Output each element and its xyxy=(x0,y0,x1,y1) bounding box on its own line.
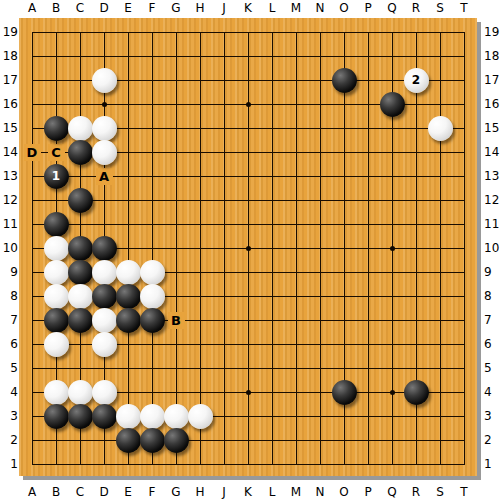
black-stone-B7 xyxy=(44,308,69,333)
coord-label-right-5: 5 xyxy=(484,362,500,374)
black-stone-B11 xyxy=(44,212,69,237)
coord-label-right-2: 2 xyxy=(484,434,500,446)
coord-label-top-N: N xyxy=(308,2,332,14)
coord-label-top-J: J xyxy=(212,2,236,14)
black-stone-O17 xyxy=(332,68,357,93)
coord-label-bottom-N: N xyxy=(308,486,332,498)
coord-label-top-E: E xyxy=(116,2,140,14)
coord-label-right-10: 10 xyxy=(484,242,500,254)
black-stone-C10 xyxy=(68,236,93,261)
coord-label-bottom-S: S xyxy=(428,486,452,498)
black-stone-C12 xyxy=(68,188,93,213)
black-stone-C14 xyxy=(68,140,93,165)
coord-label-bottom-Q: Q xyxy=(380,486,404,498)
coord-label-top-M: M xyxy=(284,2,308,14)
coord-label-top-H: H xyxy=(188,2,212,14)
move-number-1: 1 xyxy=(52,170,60,182)
coord-label-left-19: 19 xyxy=(0,26,18,38)
coord-label-bottom-B: B xyxy=(44,486,68,498)
coord-label-top-K: K xyxy=(236,2,260,14)
black-stone-G2 xyxy=(164,428,189,453)
coord-label-top-C: C xyxy=(68,2,92,14)
white-stone-E9 xyxy=(116,260,141,285)
white-stone-E3 xyxy=(116,404,141,429)
white-stone-B6 xyxy=(44,332,69,357)
coord-label-top-D: D xyxy=(92,2,116,14)
black-stone-R4 xyxy=(404,380,429,405)
go-diagram: ABCDEFGHJKLMNOPQRST ABCDEFGHJKLMNOPQRST … xyxy=(0,0,500,500)
white-stone-C15 xyxy=(68,116,93,141)
coord-label-bottom-M: M xyxy=(284,486,308,498)
coord-label-right-11: 11 xyxy=(484,218,500,230)
coord-label-left-2: 2 xyxy=(0,434,18,446)
coord-label-left-11: 11 xyxy=(0,218,18,230)
coord-label-bottom-H: H xyxy=(188,486,212,498)
coord-label-right-12: 12 xyxy=(484,194,500,206)
coord-label-right-16: 16 xyxy=(484,98,500,110)
white-stone-D4 xyxy=(92,380,117,405)
black-stone-C3 xyxy=(68,404,93,429)
coord-label-right-17: 17 xyxy=(484,74,500,86)
white-stone-C8 xyxy=(68,284,93,309)
coord-label-left-7: 7 xyxy=(0,314,18,326)
coord-label-left-13: 13 xyxy=(0,170,18,182)
coord-label-top-Q: Q xyxy=(380,2,404,14)
white-stone-B8 xyxy=(44,284,69,309)
coord-label-right-15: 15 xyxy=(484,122,500,134)
white-stone-D17 xyxy=(92,68,117,93)
star-point-K16 xyxy=(246,102,251,107)
black-stone-D8 xyxy=(92,284,117,309)
coord-label-bottom-O: O xyxy=(332,486,356,498)
coord-label-left-16: 16 xyxy=(0,98,18,110)
star-point-K10 xyxy=(246,246,251,251)
coord-label-bottom-L: L xyxy=(260,486,284,498)
star-point-Q10 xyxy=(390,246,395,251)
white-stone-H3 xyxy=(188,404,213,429)
white-stone-D7 xyxy=(92,308,117,333)
coord-label-bottom-E: E xyxy=(116,486,140,498)
coord-label-left-1: 1 xyxy=(0,458,18,470)
white-stone-C4 xyxy=(68,380,93,405)
black-stone-F2 xyxy=(140,428,165,453)
black-stone-E8 xyxy=(116,284,141,309)
coord-label-left-12: 12 xyxy=(0,194,18,206)
coord-label-right-18: 18 xyxy=(484,50,500,62)
coord-label-top-S: S xyxy=(428,2,452,14)
coord-label-left-6: 6 xyxy=(0,338,18,350)
coord-label-right-7: 7 xyxy=(484,314,500,326)
white-stone-B10 xyxy=(44,236,69,261)
white-stone-B9 xyxy=(44,260,69,285)
point-label-B: B xyxy=(168,312,185,329)
black-stone-B3 xyxy=(44,404,69,429)
coord-label-right-8: 8 xyxy=(484,290,500,302)
coord-label-right-3: 3 xyxy=(484,410,500,422)
star-point-K4 xyxy=(246,390,251,395)
coord-label-left-8: 8 xyxy=(0,290,18,302)
white-stone-D9 xyxy=(92,260,117,285)
white-stone-S15 xyxy=(428,116,453,141)
coord-label-top-A: A xyxy=(20,2,44,14)
coord-label-left-9: 9 xyxy=(0,266,18,278)
coord-label-top-F: F xyxy=(140,2,164,14)
coord-label-bottom-P: P xyxy=(356,486,380,498)
white-stone-D15 xyxy=(92,116,117,141)
black-stone-B15 xyxy=(44,116,69,141)
coord-label-right-6: 6 xyxy=(484,338,500,350)
black-stone-F7 xyxy=(140,308,165,333)
coord-label-bottom-T: T xyxy=(452,486,476,498)
coord-label-bottom-R: R xyxy=(404,486,428,498)
coord-label-right-19: 19 xyxy=(484,26,500,38)
coord-label-bottom-A: A xyxy=(20,486,44,498)
white-stone-B4 xyxy=(44,380,69,405)
point-label-A: A xyxy=(96,168,113,185)
star-point-D16 xyxy=(102,102,107,107)
coord-label-bottom-K: K xyxy=(236,486,260,498)
coord-label-right-9: 9 xyxy=(484,266,500,278)
black-stone-B13: 1 xyxy=(44,164,69,189)
coord-label-bottom-C: C xyxy=(68,486,92,498)
coord-label-bottom-J: J xyxy=(212,486,236,498)
coord-label-top-B: B xyxy=(44,2,68,14)
coord-label-left-3: 3 xyxy=(0,410,18,422)
white-stone-F8 xyxy=(140,284,165,309)
coord-label-top-T: T xyxy=(452,2,476,14)
coord-label-right-1: 1 xyxy=(484,458,500,470)
black-stone-E2 xyxy=(116,428,141,453)
point-label-D: D xyxy=(24,144,41,161)
black-stone-O4 xyxy=(332,380,357,405)
white-stone-G3 xyxy=(164,404,189,429)
white-stone-F3 xyxy=(140,404,165,429)
white-stone-R17: 2 xyxy=(404,68,429,93)
move-number-2: 2 xyxy=(412,74,420,86)
star-point-Q4 xyxy=(390,390,395,395)
coord-label-top-L: L xyxy=(260,2,284,14)
coord-label-left-17: 17 xyxy=(0,74,18,86)
black-stone-E7 xyxy=(116,308,141,333)
black-stone-C9 xyxy=(68,260,93,285)
coord-label-top-P: P xyxy=(356,2,380,14)
coord-label-left-18: 18 xyxy=(0,50,18,62)
coord-label-left-15: 15 xyxy=(0,122,18,134)
coord-label-top-G: G xyxy=(164,2,188,14)
coord-label-top-O: O xyxy=(332,2,356,14)
coord-label-top-R: R xyxy=(404,2,428,14)
black-stone-D3 xyxy=(92,404,117,429)
coord-label-left-10: 10 xyxy=(0,242,18,254)
black-stone-D10 xyxy=(92,236,117,261)
coord-label-right-13: 13 xyxy=(484,170,500,182)
coord-label-left-4: 4 xyxy=(0,386,18,398)
black-stone-C7 xyxy=(68,308,93,333)
white-stone-D6 xyxy=(92,332,117,357)
coord-label-left-14: 14 xyxy=(0,146,18,158)
coord-label-right-4: 4 xyxy=(484,386,500,398)
black-stone-Q16 xyxy=(380,92,405,117)
white-stone-F9 xyxy=(140,260,165,285)
coord-label-left-5: 5 xyxy=(0,362,18,374)
coord-label-bottom-G: G xyxy=(164,486,188,498)
point-label-C: C xyxy=(48,144,65,161)
coord-label-bottom-D: D xyxy=(92,486,116,498)
coord-label-bottom-F: F xyxy=(140,486,164,498)
white-stone-D14 xyxy=(92,140,117,165)
coord-label-right-14: 14 xyxy=(484,146,500,158)
